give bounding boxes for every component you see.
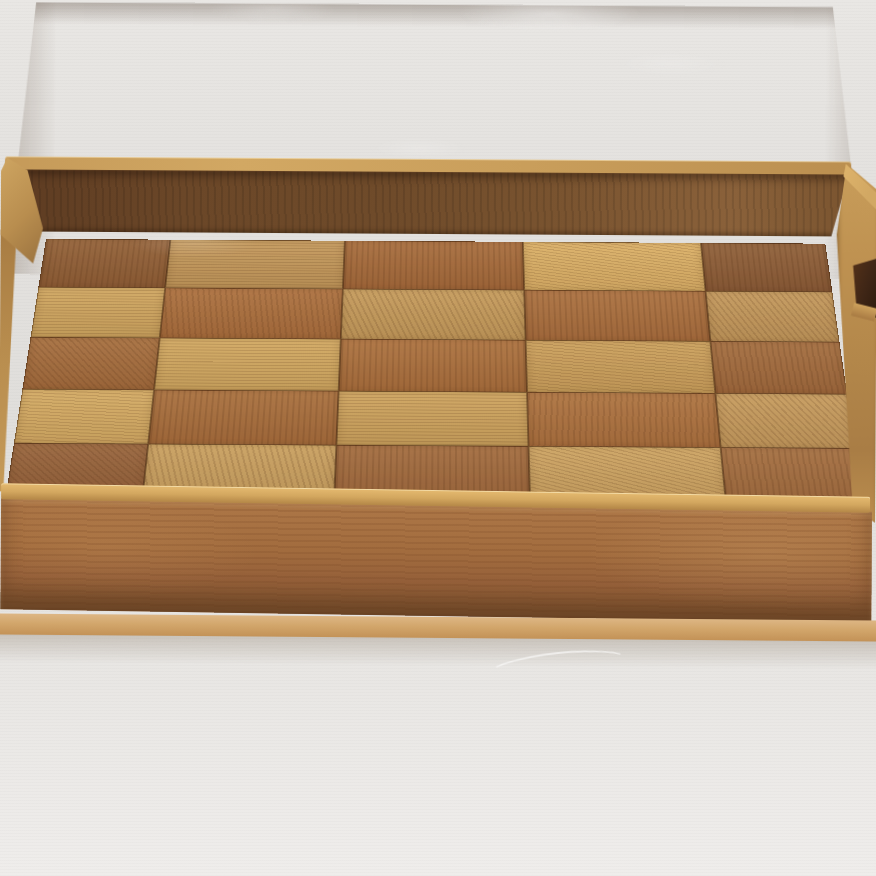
board-cell-r3c3-dark[interactable] — [339, 339, 527, 392]
board-cell-r3c1-dark[interactable] — [22, 337, 160, 390]
checkerboard — [5, 239, 863, 505]
board-cell-r2c4-dark[interactable] — [524, 290, 710, 341]
board-cell-r1c4-light[interactable] — [523, 242, 705, 291]
board-cell-r4c3-light[interactable] — [337, 391, 529, 446]
board-cell-r4c5-light[interactable] — [715, 393, 855, 448]
board-cell-r1c3-dark[interactable] — [343, 241, 524, 290]
back-wall-inner-face — [19, 168, 849, 236]
board-cell-r4c2-dark[interactable] — [148, 390, 339, 445]
board-cell-r2c2-dark[interactable] — [160, 288, 343, 339]
board-cell-r1c5-dark[interactable] — [701, 243, 833, 292]
board-cell-r3c2-light[interactable] — [154, 338, 341, 391]
board-cell-r4c4-dark[interactable] — [527, 392, 720, 447]
photo-scene — [0, 0, 876, 876]
board-cell-r1c2-light[interactable] — [165, 240, 345, 289]
board-cell-r3c5-dark[interactable] — [710, 341, 847, 394]
board-cell-r2c1-light[interactable] — [31, 287, 166, 338]
front-wall-apron — [0, 498, 872, 623]
board-cell-r4c1-light[interactable] — [14, 389, 154, 444]
board-cell-r1c1-dark[interactable] — [38, 239, 170, 288]
board-cell-r2c5-light[interactable] — [705, 291, 839, 342]
board-cell-r3c4-light[interactable] — [526, 340, 715, 393]
left-handle-cutout — [0, 255, 17, 312]
wooden-tray — [0, 0, 876, 876]
board-area — [2, 223, 868, 506]
board-cell-r2c3-light[interactable] — [341, 289, 525, 340]
